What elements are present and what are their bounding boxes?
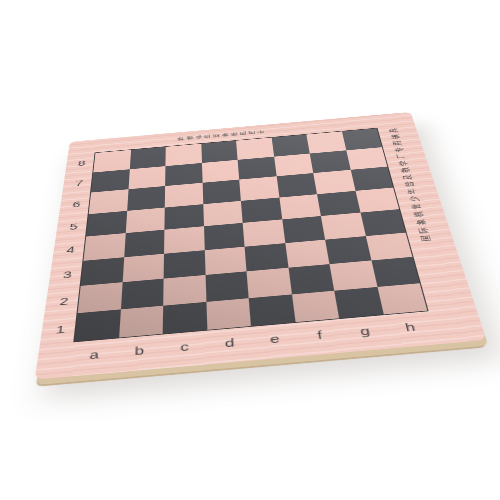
rank-label-7: 7 — [62, 172, 91, 195]
square-c1 — [163, 302, 207, 334]
file-label-h: h — [385, 313, 436, 341]
rank-label-2: 2 — [44, 286, 77, 316]
square-c3 — [164, 250, 205, 279]
file-label-d: d — [207, 328, 253, 356]
board-grid — [73, 128, 428, 343]
square-f1 — [291, 290, 339, 322]
square-g3 — [325, 236, 371, 264]
file-label-b: b — [116, 336, 162, 365]
rank-label-1: 1 — [40, 314, 75, 346]
rank-label-4: 4 — [52, 237, 83, 264]
square-h3 — [365, 232, 412, 260]
rank-label-8: 8 — [65, 153, 93, 175]
square-b1 — [119, 305, 164, 337]
file-label-c: c — [162, 332, 208, 360]
square-h2 — [371, 257, 420, 287]
product-photo: 中国国际象棋协会推荐 87654321 abcdefgh 国际象棋青少年普及教学… — [0, 0, 500, 500]
rank-label-6: 6 — [59, 192, 88, 216]
square-f2 — [288, 264, 334, 294]
square-h1 — [377, 283, 427, 315]
file-label-e: e — [251, 324, 299, 352]
square-a2 — [78, 282, 122, 313]
square-b2 — [120, 279, 163, 309]
square-a3 — [81, 257, 124, 286]
square-g2 — [329, 260, 376, 290]
rank-label-5: 5 — [55, 214, 85, 239]
rank-label-3: 3 — [48, 261, 80, 289]
file-label-a: a — [70, 340, 117, 369]
file-label-f: f — [296, 320, 345, 348]
square-d2 — [205, 271, 249, 301]
square-d1 — [206, 298, 251, 330]
square-f3 — [285, 239, 330, 267]
square-b3 — [122, 253, 164, 282]
square-e3 — [245, 243, 288, 271]
square-c2 — [163, 275, 206, 305]
chessboard: 中国国际象棋协会推荐 87654321 abcdefgh 国际象棋青少年普及教学… — [35, 112, 487, 380]
square-e2 — [247, 268, 292, 298]
square-d3 — [204, 246, 246, 275]
square-e1 — [249, 294, 295, 326]
square-a1 — [74, 309, 120, 341]
file-label-g: g — [340, 317, 390, 345]
square-h4 — [360, 209, 406, 236]
square-g1 — [334, 287, 383, 319]
